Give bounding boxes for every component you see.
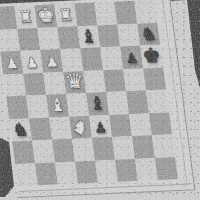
white-rook-d8[interactable]: ♜ bbox=[58, 7, 74, 24]
white-king-c8[interactable]: ♚ bbox=[35, 5, 56, 26]
chessboard-photo: ♜♚♜♝♞♟♟♟♟♚♛♝♝♞♞♟ bbox=[0, 0, 200, 200]
square-h8[interactable] bbox=[134, 0, 157, 23]
white-rook-b8[interactable]: ♜ bbox=[18, 9, 34, 26]
white-pawn-c6[interactable]: ♟ bbox=[45, 54, 59, 68]
white-pawn-b6[interactable]: ♟ bbox=[25, 55, 39, 69]
white-pawn-a6[interactable]: ♟ bbox=[5, 56, 19, 70]
square-h4[interactable] bbox=[146, 89, 169, 112]
square-h5[interactable] bbox=[143, 67, 166, 90]
black-pawn-g6[interactable]: ♟ bbox=[125, 51, 139, 65]
chessboard: ♜♚♜♝♞♟♟♟♟♚♛♝♝♞♞♟ bbox=[0, 0, 195, 198]
black-king-h6[interactable]: ♚ bbox=[141, 45, 162, 66]
square-h2[interactable] bbox=[152, 134, 175, 157]
black-bishop-e7[interactable]: ♝ bbox=[79, 27, 97, 46]
black-pawn-e3[interactable]: ♟ bbox=[93, 120, 107, 134]
white-queen-d5[interactable]: ♛ bbox=[64, 70, 86, 92]
black-knight-a3[interactable]: ♞ bbox=[11, 120, 29, 139]
white-bishop-c4[interactable]: ♝ bbox=[48, 96, 66, 115]
square-h1[interactable] bbox=[155, 157, 178, 180]
square-h3[interactable] bbox=[149, 112, 172, 135]
black-bishop-e4[interactable]: ♝ bbox=[88, 94, 106, 113]
black-knight-h7[interactable]: ♞ bbox=[139, 24, 157, 43]
